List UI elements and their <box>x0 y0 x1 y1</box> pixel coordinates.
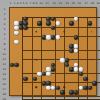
top-coordinate-labels: 12345678910111213141516171819 <box>9 1 96 7</box>
coordinate-label: 19 <box>1 97 8 100</box>
coordinate-label: 19 <box>95 1 100 7</box>
board-intersections <box>9 7 96 94</box>
left-coordinate-labels: 12345678910111213141516171819 <box>1 7 8 94</box>
board-cell[interactable] <box>92 90 97 95</box>
